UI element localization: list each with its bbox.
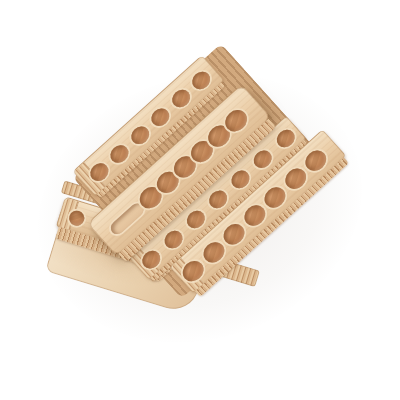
pit[interactable] xyxy=(273,126,298,151)
bottle-slot[interactable] xyxy=(108,201,146,237)
pit[interactable] xyxy=(168,86,193,111)
pit[interactable] xyxy=(240,201,269,230)
pit[interactable] xyxy=(160,227,185,252)
pit[interactable] xyxy=(205,187,230,212)
pit[interactable] xyxy=(301,146,330,175)
pit[interactable] xyxy=(147,105,172,130)
product-photo-stage xyxy=(0,0,400,400)
pit[interactable] xyxy=(220,220,249,249)
pit[interactable] xyxy=(260,183,289,212)
pit[interactable] xyxy=(228,166,253,191)
pit[interactable] xyxy=(188,68,213,93)
pit[interactable] xyxy=(127,123,152,148)
pit[interactable] xyxy=(107,141,132,166)
pit[interactable] xyxy=(199,238,228,267)
pit[interactable] xyxy=(250,146,275,171)
pit[interactable] xyxy=(281,165,310,194)
pit[interactable] xyxy=(183,207,208,232)
